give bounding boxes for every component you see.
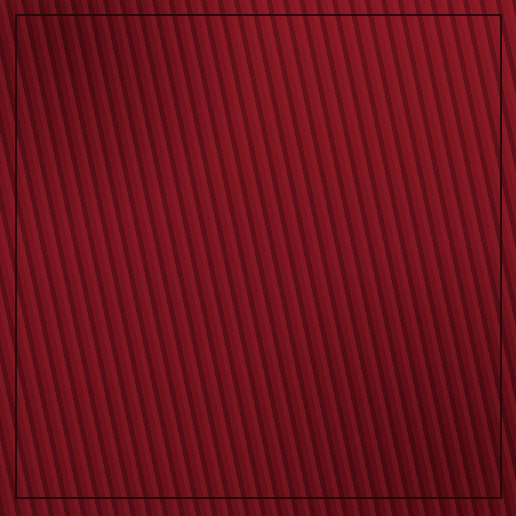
file-labels: [17, 497, 500, 516]
chessboard: [17, 16, 500, 497]
chessboard-frame: [0, 0, 516, 516]
rank-labels: [0, 16, 17, 497]
